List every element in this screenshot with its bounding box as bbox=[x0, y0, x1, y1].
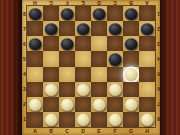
square-g8[interactable] bbox=[123, 6, 139, 21]
checker-light-e2[interactable] bbox=[93, 99, 106, 112]
square-f5[interactable] bbox=[107, 51, 123, 66]
square-b7[interactable] bbox=[43, 21, 59, 36]
square-b4[interactable] bbox=[43, 67, 59, 82]
checker-light-g4[interactable] bbox=[125, 68, 138, 81]
coordinate-label: 4 bbox=[155, 51, 162, 66]
checker-dark-a6[interactable] bbox=[29, 38, 42, 51]
checker-dark-f7[interactable] bbox=[109, 23, 122, 36]
square-d6[interactable] bbox=[75, 36, 91, 51]
square-a3[interactable] bbox=[27, 82, 43, 97]
square-b1[interactable] bbox=[43, 112, 59, 127]
square-e4[interactable] bbox=[91, 67, 107, 82]
rank-labels-right: 87654321 bbox=[155, 6, 162, 127]
square-d2[interactable] bbox=[75, 97, 91, 112]
checker-dark-d7[interactable] bbox=[77, 23, 90, 36]
square-d5[interactable] bbox=[75, 51, 91, 66]
checker-dark-g6[interactable] bbox=[125, 38, 138, 51]
checker-light-g2[interactable] bbox=[125, 99, 138, 112]
square-f6[interactable] bbox=[107, 36, 123, 51]
board-shadow-right bbox=[161, 0, 168, 135]
coordinate-label: 2 bbox=[155, 21, 162, 36]
coordinate-label: 3 bbox=[155, 36, 162, 51]
coordinate-label: B bbox=[43, 127, 59, 135]
coordinate-label: E bbox=[91, 127, 107, 135]
square-f1[interactable] bbox=[107, 112, 123, 127]
square-b6[interactable] bbox=[43, 36, 59, 51]
square-g7[interactable] bbox=[123, 21, 139, 36]
coordinate-label: C bbox=[59, 127, 75, 135]
checker-dark-c6[interactable] bbox=[61, 38, 74, 51]
square-c3[interactable] bbox=[59, 82, 75, 97]
checker-light-f3[interactable] bbox=[109, 83, 122, 96]
square-c5[interactable] bbox=[59, 51, 75, 66]
square-d8[interactable] bbox=[75, 6, 91, 21]
square-d1[interactable] bbox=[75, 112, 91, 127]
coordinate-label: H bbox=[139, 127, 155, 135]
square-a5[interactable] bbox=[27, 51, 43, 66]
square-c6[interactable] bbox=[59, 36, 75, 51]
checker-dark-f5[interactable] bbox=[109, 53, 122, 66]
square-g4[interactable] bbox=[123, 67, 139, 82]
square-a1[interactable] bbox=[27, 112, 43, 127]
square-b3[interactable] bbox=[43, 82, 59, 97]
square-b2[interactable] bbox=[43, 97, 59, 112]
square-g5[interactable] bbox=[123, 51, 139, 66]
square-e1[interactable] bbox=[91, 112, 107, 127]
square-a6[interactable] bbox=[27, 36, 43, 51]
checker-dark-e8[interactable] bbox=[93, 8, 106, 21]
square-g1[interactable] bbox=[123, 112, 139, 127]
square-h2[interactable] bbox=[139, 97, 155, 112]
file-labels-bottom: ABCDEFGH bbox=[27, 127, 155, 135]
square-b5[interactable] bbox=[43, 51, 59, 66]
coordinate-label: 8 bbox=[155, 112, 162, 127]
square-h4[interactable] bbox=[139, 67, 155, 82]
square-a8[interactable] bbox=[27, 6, 43, 21]
square-e8[interactable] bbox=[91, 6, 107, 21]
square-f4[interactable] bbox=[107, 67, 123, 82]
square-c4[interactable] bbox=[59, 67, 75, 82]
square-e3[interactable] bbox=[91, 82, 107, 97]
square-d4[interactable] bbox=[75, 67, 91, 82]
square-g6[interactable] bbox=[123, 36, 139, 51]
coordinate-label: D bbox=[75, 127, 91, 135]
square-e7[interactable] bbox=[91, 21, 107, 36]
square-c1[interactable] bbox=[59, 112, 75, 127]
checker-light-a2[interactable] bbox=[29, 99, 42, 112]
square-h5[interactable] bbox=[139, 51, 155, 66]
checker-dark-g8[interactable] bbox=[125, 8, 138, 21]
square-f2[interactable] bbox=[107, 97, 123, 112]
board-shadow-left bbox=[12, 0, 21, 135]
square-a4[interactable] bbox=[27, 67, 43, 82]
square-d7[interactable] bbox=[75, 21, 91, 36]
square-a7[interactable] bbox=[27, 21, 43, 36]
coordinate-label: G bbox=[123, 127, 139, 135]
square-c2[interactable] bbox=[59, 97, 75, 112]
square-d3[interactable] bbox=[75, 82, 91, 97]
coordinate-label: 7 bbox=[155, 97, 162, 112]
coordinate-label: 6 bbox=[155, 82, 162, 97]
checker-light-d3[interactable] bbox=[77, 83, 90, 96]
checker-dark-h7[interactable] bbox=[141, 23, 154, 36]
checkers-board-frame: ABCDEFGH 87654321 87654321 ABCDEFGH bbox=[21, 0, 161, 135]
coordinate-label: A bbox=[27, 127, 43, 135]
square-h3[interactable] bbox=[139, 82, 155, 97]
square-f3[interactable] bbox=[107, 82, 123, 97]
square-h1[interactable] bbox=[139, 112, 155, 127]
square-h8[interactable] bbox=[139, 6, 155, 21]
square-h6[interactable] bbox=[139, 36, 155, 51]
square-e5[interactable] bbox=[91, 51, 107, 66]
checker-light-d1[interactable] bbox=[77, 114, 90, 127]
square-b8[interactable] bbox=[43, 6, 59, 21]
checker-light-c2[interactable] bbox=[61, 99, 74, 112]
square-g3[interactable] bbox=[123, 82, 139, 97]
checker-light-h1[interactable] bbox=[141, 114, 154, 127]
board-grid bbox=[27, 6, 155, 127]
square-f7[interactable] bbox=[107, 21, 123, 36]
square-a2[interactable] bbox=[27, 97, 43, 112]
square-e6[interactable] bbox=[91, 36, 107, 51]
checker-dark-c8[interactable] bbox=[61, 8, 74, 21]
square-g2[interactable] bbox=[123, 97, 139, 112]
coordinate-label: F bbox=[107, 127, 123, 135]
square-h7[interactable] bbox=[139, 21, 155, 36]
checker-light-b3[interactable] bbox=[45, 83, 58, 96]
square-e2[interactable] bbox=[91, 97, 107, 112]
coordinate-label: 5 bbox=[155, 67, 162, 82]
coordinate-label: 1 bbox=[155, 6, 162, 21]
square-f8[interactable] bbox=[107, 6, 123, 21]
checker-dark-a8[interactable] bbox=[29, 8, 42, 21]
checker-light-f1[interactable] bbox=[109, 114, 122, 127]
square-c7[interactable] bbox=[59, 21, 75, 36]
square-c8[interactable] bbox=[59, 6, 75, 21]
checker-dark-b7[interactable] bbox=[45, 23, 58, 36]
checker-light-b1[interactable] bbox=[45, 114, 58, 127]
